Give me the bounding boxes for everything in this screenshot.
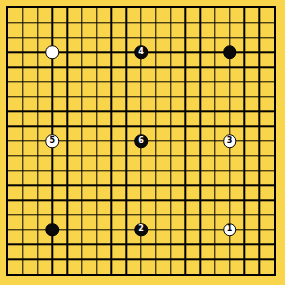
grid-line-horizontal bbox=[8, 259, 274, 260]
grid-line-horizontal bbox=[8, 244, 274, 245]
stone-white-setup bbox=[46, 46, 60, 60]
grid-line-vertical bbox=[185, 8, 186, 274]
grid-line-vertical bbox=[199, 8, 200, 274]
stone-white-move-3: 3 bbox=[223, 134, 237, 148]
grid-line-horizontal bbox=[8, 155, 274, 156]
grid-line-horizontal bbox=[8, 199, 274, 200]
stone-black-move-2: 2 bbox=[134, 223, 148, 237]
grid-line-vertical bbox=[259, 8, 260, 274]
grid-line-vertical bbox=[214, 8, 215, 274]
stone-black-setup bbox=[223, 46, 237, 60]
grid-line-horizontal bbox=[8, 214, 274, 215]
move-number: 6 bbox=[138, 137, 144, 145]
grid-line-horizontal bbox=[8, 185, 274, 186]
move-number: 4 bbox=[138, 48, 144, 56]
stone-black-setup bbox=[46, 223, 60, 237]
move-number: 5 bbox=[50, 137, 56, 145]
stone-black-move-6: 6 bbox=[134, 134, 148, 148]
grid-line-vertical bbox=[155, 8, 156, 274]
stone-black-move-4: 4 bbox=[134, 46, 148, 60]
move-number: 2 bbox=[138, 225, 144, 233]
grid-line-vertical bbox=[244, 8, 245, 274]
grid-line-vertical bbox=[170, 8, 171, 274]
grid-line-horizontal bbox=[8, 170, 274, 171]
stone-white-move-1: 1 bbox=[223, 223, 237, 237]
go-diagram: 456321 bbox=[0, 0, 285, 285]
move-number: 3 bbox=[227, 137, 233, 145]
stone-white-move-5: 5 bbox=[46, 134, 60, 148]
go-board: 456321 bbox=[6, 6, 276, 276]
move-number: 1 bbox=[227, 225, 233, 233]
